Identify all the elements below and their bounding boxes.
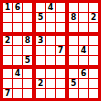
sudoku-board: 16458228537447265 xyxy=(0,0,101,101)
cell-r4c3[interactable]: 8 xyxy=(23,36,32,45)
cell-r9c3[interactable] xyxy=(23,89,32,98)
cell-r9c5[interactable] xyxy=(46,89,55,98)
box-6: 4 xyxy=(69,36,98,65)
cell-r5c2[interactable] xyxy=(13,46,22,55)
cell-r7c1[interactable] xyxy=(3,69,12,78)
cell-r6c1[interactable] xyxy=(3,56,12,65)
box-2: 45 xyxy=(36,3,65,32)
cell-r6c8[interactable] xyxy=(79,56,88,65)
cell-r7c3[interactable] xyxy=(23,69,32,78)
cell-r1c9[interactable] xyxy=(89,3,98,12)
box-8: 2 xyxy=(36,69,65,98)
cell-r7c4[interactable] xyxy=(36,69,45,78)
cell-r1c5[interactable]: 4 xyxy=(46,3,55,12)
cell-r4c6[interactable] xyxy=(56,36,65,45)
cell-r2c3[interactable] xyxy=(23,13,32,22)
box-1: 16 xyxy=(3,3,32,32)
cell-r8c7[interactable]: 5 xyxy=(69,79,78,88)
cell-r6c7[interactable] xyxy=(69,56,78,65)
cell-r7c7[interactable] xyxy=(69,69,78,78)
cell-r4c4[interactable]: 3 xyxy=(36,36,45,45)
cell-r5c8[interactable]: 4 xyxy=(79,46,88,55)
cell-r9c6[interactable] xyxy=(56,89,65,98)
cell-r8c4[interactable]: 2 xyxy=(36,79,45,88)
cell-r6c2[interactable] xyxy=(13,56,22,65)
cell-r1c3[interactable] xyxy=(23,3,32,12)
box-9: 65 xyxy=(69,69,98,98)
cell-r8c5[interactable] xyxy=(46,79,55,88)
cell-r6c9[interactable] xyxy=(89,56,98,65)
cell-r4c9[interactable] xyxy=(89,36,98,45)
cell-r3c1[interactable] xyxy=(3,23,12,32)
cell-r8c9[interactable] xyxy=(89,79,98,88)
cell-r5c7[interactable] xyxy=(69,46,78,55)
box-7: 47 xyxy=(3,69,32,98)
box-4: 285 xyxy=(3,36,32,65)
cell-r7c5[interactable] xyxy=(46,69,55,78)
cell-r6c6[interactable] xyxy=(56,56,65,65)
cell-r1c2[interactable]: 6 xyxy=(13,3,22,12)
cell-r3c8[interactable] xyxy=(79,23,88,32)
cell-r6c4[interactable] xyxy=(36,56,45,65)
cell-r1c4[interactable] xyxy=(36,3,45,12)
cell-r3c4[interactable] xyxy=(36,23,45,32)
cell-r8c8[interactable] xyxy=(79,79,88,88)
cell-r1c1[interactable]: 1 xyxy=(3,3,12,12)
cell-r3c5[interactable] xyxy=(46,23,55,32)
cell-r7c6[interactable] xyxy=(56,69,65,78)
cell-r6c5[interactable] xyxy=(46,56,55,65)
cell-r8c2[interactable] xyxy=(13,79,22,88)
cell-r6c3[interactable]: 5 xyxy=(23,56,32,65)
cell-r1c6[interactable] xyxy=(56,3,65,12)
cell-r8c1[interactable] xyxy=(3,79,12,88)
cell-r3c6[interactable] xyxy=(56,23,65,32)
cell-r4c1[interactable]: 2 xyxy=(3,36,12,45)
cell-r2c9[interactable]: 2 xyxy=(89,13,98,22)
cell-r4c2[interactable] xyxy=(13,36,22,45)
cell-r4c7[interactable] xyxy=(69,36,78,45)
cell-r5c3[interactable] xyxy=(23,46,32,55)
cell-r9c4[interactable] xyxy=(36,89,45,98)
cell-r9c2[interactable] xyxy=(13,89,22,98)
cell-r9c1[interactable]: 7 xyxy=(3,89,12,98)
cell-r3c3[interactable] xyxy=(23,23,32,32)
cell-r2c4[interactable]: 5 xyxy=(36,13,45,22)
box-5: 37 xyxy=(36,36,65,65)
cell-r2c1[interactable] xyxy=(3,13,12,22)
cell-r1c8[interactable] xyxy=(79,3,88,12)
cell-r5c4[interactable] xyxy=(36,46,45,55)
cell-r5c5[interactable] xyxy=(46,46,55,55)
cell-r2c7[interactable]: 8 xyxy=(69,13,78,22)
cell-r2c2[interactable] xyxy=(13,13,22,22)
cell-r3c7[interactable] xyxy=(69,23,78,32)
cell-r9c7[interactable] xyxy=(69,89,78,98)
cell-r7c8[interactable]: 6 xyxy=(79,69,88,78)
cell-r2c8[interactable] xyxy=(79,13,88,22)
cell-r2c5[interactable] xyxy=(46,13,55,22)
cell-r1c7[interactable] xyxy=(69,3,78,12)
cell-r5c9[interactable] xyxy=(89,46,98,55)
cell-r8c6[interactable] xyxy=(56,79,65,88)
cell-r9c9[interactable] xyxy=(89,89,98,98)
cell-r7c9[interactable] xyxy=(89,69,98,78)
cell-r3c9[interactable] xyxy=(89,23,98,32)
cell-r4c5[interactable] xyxy=(46,36,55,45)
box-3: 82 xyxy=(69,3,98,32)
cell-r2c6[interactable] xyxy=(56,13,65,22)
cell-r3c2[interactable] xyxy=(13,23,22,32)
cell-r8c3[interactable] xyxy=(23,79,32,88)
cell-r5c6[interactable]: 7 xyxy=(56,46,65,55)
cell-r5c1[interactable] xyxy=(3,46,12,55)
cell-r9c8[interactable] xyxy=(79,89,88,98)
cell-r7c2[interactable]: 4 xyxy=(13,69,22,78)
cell-r4c8[interactable] xyxy=(79,36,88,45)
